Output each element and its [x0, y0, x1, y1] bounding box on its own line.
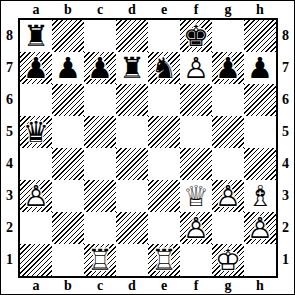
square-a7[interactable]: ♟: [20, 52, 52, 84]
square-a1[interactable]: [20, 244, 52, 276]
square-e7[interactable]: ♞: [148, 52, 180, 84]
black-pawn-g7: ♟: [212, 52, 244, 84]
square-c2[interactable]: [84, 212, 116, 244]
square-g2[interactable]: [212, 212, 244, 244]
black-rook-a8: ♜: [20, 20, 52, 52]
square-b5[interactable]: [52, 116, 84, 148]
white-pawn-f7: ♙: [180, 52, 212, 84]
black-knight-e7: ♞: [148, 52, 180, 84]
square-h6[interactable]: [244, 84, 276, 116]
square-e8[interactable]: [148, 20, 180, 52]
square-d8[interactable]: [116, 20, 148, 52]
square-a4[interactable]: [20, 148, 52, 180]
square-b4[interactable]: [52, 148, 84, 180]
white-king-g1: ♔: [212, 244, 244, 276]
file-label-e: e: [148, 1, 180, 18]
rank-label-3: 3: [1, 180, 18, 212]
white-pawn-fill: ♟: [180, 52, 212, 84]
black-king-f8: ♚: [180, 20, 212, 52]
file-labels-top: abcdefgh: [20, 1, 276, 18]
square-e4[interactable]: [148, 148, 180, 180]
square-f4[interactable]: [180, 148, 212, 180]
white-pawn-fill: ♟: [244, 212, 276, 244]
square-h4[interactable]: [244, 148, 276, 180]
square-g7[interactable]: ♟: [212, 52, 244, 84]
rank-label-7: 7: [1, 52, 18, 84]
square-c4[interactable]: [84, 148, 116, 180]
square-c8[interactable]: [84, 20, 116, 52]
square-b2[interactable]: [52, 212, 84, 244]
white-rook-fill: ♜: [148, 244, 180, 276]
square-g5[interactable]: [212, 116, 244, 148]
white-bishop-fill: ♝: [244, 180, 276, 212]
square-c6[interactable]: [84, 84, 116, 116]
square-e6[interactable]: [148, 84, 180, 116]
file-label-b: b: [52, 1, 84, 18]
rank-label-8: 8: [1, 20, 18, 52]
square-d2[interactable]: [116, 212, 148, 244]
square-h3[interactable]: ♝♗: [244, 180, 276, 212]
square-c1[interactable]: ♜♖: [84, 244, 116, 276]
square-g4[interactable]: [212, 148, 244, 180]
square-f2[interactable]: ♟♙: [180, 212, 212, 244]
white-pawn-g3: ♙: [212, 180, 244, 212]
square-h1[interactable]: [244, 244, 276, 276]
rank-label-1: 1: [277, 244, 294, 276]
square-g8[interactable]: [212, 20, 244, 52]
square-c3[interactable]: [84, 180, 116, 212]
square-f8[interactable]: ♚: [180, 20, 212, 52]
white-queen-fill: ♛: [180, 180, 212, 212]
square-e2[interactable]: [148, 212, 180, 244]
file-label-b: b: [52, 277, 84, 294]
file-label-c: c: [84, 1, 116, 18]
square-d5[interactable]: [116, 116, 148, 148]
black-rook-d7: ♜: [116, 52, 148, 84]
square-h7[interactable]: ♟: [244, 52, 276, 84]
square-f3[interactable]: ♛♕: [180, 180, 212, 212]
white-pawn-fill: ♟: [180, 212, 212, 244]
black-pawn-b7: ♟: [52, 52, 84, 84]
white-king-fill: ♚: [212, 244, 244, 276]
square-g1[interactable]: ♚♔: [212, 244, 244, 276]
chess-diagram: abcdefgh abcdefgh 87654321 87654321 ♜♚♟♟…: [0, 0, 295, 295]
rank-label-6: 6: [1, 84, 18, 116]
square-b6[interactable]: [52, 84, 84, 116]
file-label-f: f: [180, 1, 212, 18]
file-labels-bottom: abcdefgh: [20, 277, 276, 294]
square-g6[interactable]: [212, 84, 244, 116]
file-label-d: d: [116, 277, 148, 294]
square-h2[interactable]: ♟♙: [244, 212, 276, 244]
rank-label-8: 8: [277, 20, 294, 52]
square-b8[interactable]: [52, 20, 84, 52]
square-e1[interactable]: ♜♖: [148, 244, 180, 276]
white-rook-e1: ♖: [148, 244, 180, 276]
white-pawn-fill: ♟: [20, 180, 52, 212]
file-label-a: a: [20, 1, 52, 18]
square-b3[interactable]: [52, 180, 84, 212]
square-a5[interactable]: ♛: [20, 116, 52, 148]
white-bishop-h3: ♗: [244, 180, 276, 212]
square-h5[interactable]: [244, 116, 276, 148]
square-d3[interactable]: [116, 180, 148, 212]
file-label-h: h: [244, 1, 276, 18]
square-c5[interactable]: [84, 116, 116, 148]
white-rook-fill: ♜: [84, 244, 116, 276]
black-queen-a5: ♛: [20, 116, 52, 148]
rank-label-3: 3: [277, 180, 294, 212]
square-f7[interactable]: ♟♙: [180, 52, 212, 84]
rank-label-7: 7: [277, 52, 294, 84]
square-a2[interactable]: [20, 212, 52, 244]
black-pawn-a7: ♟: [20, 52, 52, 84]
white-pawn-h2: ♙: [244, 212, 276, 244]
black-pawn-h7: ♟: [244, 52, 276, 84]
square-f6[interactable]: [180, 84, 212, 116]
file-label-g: g: [212, 277, 244, 294]
square-a6[interactable]: [20, 84, 52, 116]
rank-labels-right: 87654321: [277, 20, 294, 276]
file-label-f: f: [180, 277, 212, 294]
square-d7[interactable]: ♜: [116, 52, 148, 84]
square-c7[interactable]: ♟: [84, 52, 116, 84]
rank-label-4: 4: [277, 148, 294, 180]
chess-board: ♜♚♟♟♟♜♞♟♙♟♟♛♟♙♛♕♟♙♝♗♟♙♟♙♜♖♜♖♚♔: [18, 18, 278, 278]
square-e5[interactable]: [148, 116, 180, 148]
file-label-a: a: [20, 277, 52, 294]
rank-label-6: 6: [277, 84, 294, 116]
square-a3[interactable]: ♟♙: [20, 180, 52, 212]
rank-label-4: 4: [1, 148, 18, 180]
square-b1[interactable]: [52, 244, 84, 276]
file-label-g: g: [212, 1, 244, 18]
square-d6[interactable]: [116, 84, 148, 116]
rank-label-5: 5: [277, 116, 294, 148]
rank-label-2: 2: [277, 212, 294, 244]
square-f5[interactable]: [180, 116, 212, 148]
white-pawn-fill: ♟: [212, 180, 244, 212]
square-h8[interactable]: [244, 20, 276, 52]
black-pawn-c7: ♟: [84, 52, 116, 84]
white-rook-c1: ♖: [84, 244, 116, 276]
white-pawn-a3: ♙: [20, 180, 52, 212]
file-label-e: e: [148, 277, 180, 294]
square-a8[interactable]: ♜: [20, 20, 52, 52]
square-e3[interactable]: [148, 180, 180, 212]
file-label-h: h: [244, 277, 276, 294]
square-f1[interactable]: [180, 244, 212, 276]
rank-labels-left: 87654321: [1, 20, 18, 276]
white-queen-f3: ♕: [180, 180, 212, 212]
square-b7[interactable]: ♟: [52, 52, 84, 84]
file-label-c: c: [84, 277, 116, 294]
rank-label-5: 5: [1, 116, 18, 148]
square-d4[interactable]: [116, 148, 148, 180]
rank-label-1: 1: [1, 244, 18, 276]
square-g3[interactable]: ♟♙: [212, 180, 244, 212]
square-d1[interactable]: [116, 244, 148, 276]
rank-label-2: 2: [1, 212, 18, 244]
white-pawn-f2: ♙: [180, 212, 212, 244]
file-label-d: d: [116, 1, 148, 18]
